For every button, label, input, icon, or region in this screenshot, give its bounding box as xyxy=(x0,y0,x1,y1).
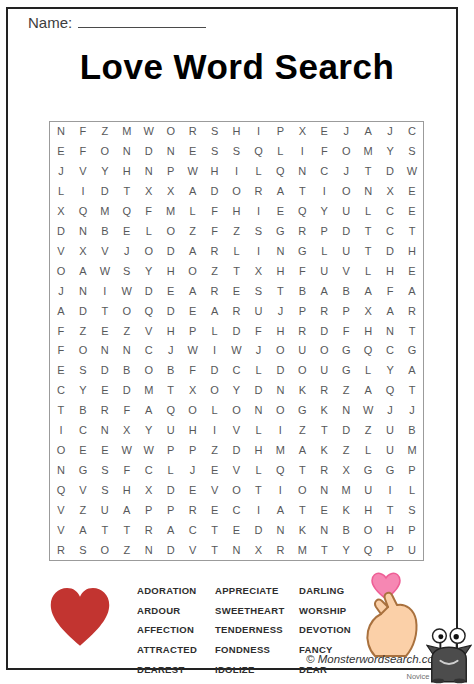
grid-cell[interactable]: L xyxy=(204,321,226,341)
grid-cell[interactable]: P xyxy=(401,460,423,480)
grid-cell[interactable]: N xyxy=(313,520,335,540)
grid-cell[interactable]: D xyxy=(226,321,248,341)
grid-cell[interactable]: R xyxy=(291,222,313,242)
grid-cell[interactable]: Y xyxy=(379,142,401,162)
grid-cell[interactable]: J xyxy=(379,122,401,142)
grid-cell[interactable]: H xyxy=(401,241,423,261)
grid-cell[interactable]: L xyxy=(357,441,379,461)
grid-cell[interactable]: T xyxy=(401,222,423,242)
grid-cell[interactable]: T xyxy=(204,540,226,560)
grid-cell[interactable]: I xyxy=(379,480,401,500)
grid-cell[interactable]: O xyxy=(269,341,291,361)
grid-cell[interactable]: W xyxy=(182,162,204,182)
grid-cell[interactable]: G xyxy=(291,401,313,421)
grid-cell[interactable]: W xyxy=(116,441,138,461)
grid-cell[interactable]: I xyxy=(269,421,291,441)
grid-cell[interactable]: U xyxy=(357,480,379,500)
grid-cell[interactable]: F xyxy=(335,321,357,341)
grid-cell[interactable]: Q xyxy=(72,202,94,222)
grid-cell[interactable]: L xyxy=(269,142,291,162)
grid-cell[interactable]: P xyxy=(335,301,357,321)
grid-cell[interactable]: R xyxy=(138,520,160,540)
grid-cell[interactable]: J xyxy=(269,301,291,321)
grid-cell[interactable]: T xyxy=(291,460,313,480)
grid-cell[interactable]: H xyxy=(116,162,138,182)
grid-cell[interactable]: U xyxy=(379,441,401,461)
grid-cell[interactable]: S xyxy=(204,122,226,142)
grid-cell[interactable]: J xyxy=(50,281,72,301)
grid-cell[interactable]: C xyxy=(401,122,423,142)
grid-cell[interactable]: X xyxy=(160,182,182,202)
grid-cell[interactable]: Y xyxy=(335,540,357,560)
grid-cell[interactable]: E xyxy=(50,142,72,162)
grid-cell[interactable]: S xyxy=(247,222,269,242)
grid-cell[interactable]: B xyxy=(94,222,116,242)
grid-cell[interactable]: E xyxy=(401,261,423,281)
grid-cell[interactable]: Q xyxy=(138,301,160,321)
grid-cell[interactable]: O xyxy=(226,401,248,421)
grid-cell[interactable]: A xyxy=(50,301,72,321)
grid-cell[interactable]: L xyxy=(182,202,204,222)
grid-cell[interactable]: T xyxy=(357,241,379,261)
grid-cell[interactable]: U xyxy=(335,202,357,222)
grid-cell[interactable]: L xyxy=(357,361,379,381)
grid-cell[interactable]: I xyxy=(269,480,291,500)
grid-cell[interactable]: T xyxy=(401,381,423,401)
grid-cell[interactable]: J xyxy=(182,460,204,480)
grid-cell[interactable]: U xyxy=(94,500,116,520)
grid-cell[interactable]: Y xyxy=(138,421,160,441)
grid-cell[interactable]: G xyxy=(291,241,313,261)
grid-cell[interactable]: K xyxy=(313,441,335,461)
grid-cell[interactable]: W xyxy=(357,401,379,421)
grid-cell[interactable]: S xyxy=(204,142,226,162)
grid-cell[interactable]: S xyxy=(226,142,248,162)
grid-cell[interactable]: E xyxy=(182,142,204,162)
grid-cell[interactable]: Y xyxy=(226,381,248,401)
grid-cell[interactable]: E xyxy=(313,500,335,520)
grid-cell[interactable]: A xyxy=(116,500,138,520)
grid-cell[interactable]: V xyxy=(50,500,72,520)
grid-cell[interactable]: M xyxy=(116,122,138,142)
grid-cell[interactable]: R xyxy=(313,460,335,480)
grid-cell[interactable]: O xyxy=(269,401,291,421)
grid-cell[interactable]: Y xyxy=(138,261,160,281)
grid-cell[interactable]: Z xyxy=(182,222,204,242)
grid-cell[interactable]: H xyxy=(269,321,291,341)
grid-cell[interactable]: T xyxy=(116,520,138,540)
grid-cell[interactable]: T xyxy=(357,162,379,182)
grid-cell[interactable]: N xyxy=(313,480,335,500)
grid-cell[interactable]: U xyxy=(313,361,335,381)
grid-cell[interactable]: F xyxy=(379,281,401,301)
grid-cell[interactable]: V xyxy=(182,540,204,560)
grid-cell[interactable]: A xyxy=(72,520,94,540)
grid-cell[interactable]: V xyxy=(94,241,116,261)
grid-cell[interactable]: D xyxy=(313,321,335,341)
grid-cell[interactable]: Q xyxy=(50,480,72,500)
grid-cell[interactable]: Q xyxy=(379,381,401,401)
grid-cell[interactable]: D xyxy=(379,162,401,182)
grid-cell[interactable]: Z xyxy=(116,540,138,560)
grid-cell[interactable]: O xyxy=(226,480,248,500)
grid-cell[interactable]: T xyxy=(313,421,335,441)
grid-cell[interactable]: C xyxy=(379,341,401,361)
grid-cell[interactable]: J xyxy=(335,122,357,142)
grid-cell[interactable]: W xyxy=(138,441,160,461)
grid-cell[interactable]: I xyxy=(94,281,116,301)
grid-cell[interactable]: E xyxy=(94,441,116,461)
grid-cell[interactable]: N xyxy=(247,401,269,421)
grid-cell[interactable]: E xyxy=(116,222,138,242)
grid-cell[interactable]: T xyxy=(269,281,291,301)
grid-cell[interactable]: I xyxy=(291,142,313,162)
grid-cell[interactable]: K xyxy=(313,401,335,421)
grid-cell[interactable]: O xyxy=(335,142,357,162)
grid-cell[interactable]: E xyxy=(50,361,72,381)
grid-cell[interactable]: F xyxy=(313,142,335,162)
grid-cell[interactable]: J xyxy=(50,162,72,182)
grid-cell[interactable]: P xyxy=(291,301,313,321)
grid-cell[interactable]: J xyxy=(160,341,182,361)
grid-cell[interactable]: D xyxy=(160,480,182,500)
grid-cell[interactable]: V xyxy=(138,321,160,341)
grid-cell[interactable]: H xyxy=(116,480,138,500)
grid-cell[interactable]: S xyxy=(401,142,423,162)
grid-cell[interactable]: C xyxy=(138,341,160,361)
grid-cell[interactable]: M xyxy=(357,142,379,162)
grid-cell[interactable]: O xyxy=(94,142,116,162)
grid-cell[interactable]: B xyxy=(160,361,182,381)
grid-cell[interactable]: Q xyxy=(357,540,379,560)
grid-cell[interactable]: Q xyxy=(116,202,138,222)
grid-cell[interactable]: R xyxy=(313,381,335,401)
grid-cell[interactable]: H xyxy=(204,162,226,182)
grid-cell[interactable]: M xyxy=(160,202,182,222)
grid-cell[interactable]: E xyxy=(226,281,248,301)
grid-cell[interactable]: S xyxy=(247,281,269,301)
grid-cell[interactable]: R xyxy=(401,301,423,321)
grid-cell[interactable]: I xyxy=(50,421,72,441)
grid-cell[interactable]: R xyxy=(247,182,269,202)
grid-cell[interactable]: G xyxy=(357,460,379,480)
grid-cell[interactable]: T xyxy=(357,222,379,242)
grid-cell[interactable]: A xyxy=(160,520,182,540)
grid-cell[interactable]: O xyxy=(50,261,72,281)
grid-cell[interactable]: I xyxy=(247,122,269,142)
grid-cell[interactable]: M xyxy=(94,202,116,222)
grid-cell[interactable]: D xyxy=(72,301,94,321)
grid-cell[interactable]: P xyxy=(160,162,182,182)
grid-cell[interactable]: K xyxy=(291,520,313,540)
grid-cell[interactable]: B xyxy=(72,401,94,421)
grid-cell[interactable]: P xyxy=(160,441,182,461)
grid-cell[interactable]: J xyxy=(401,401,423,421)
grid-cell[interactable]: N xyxy=(94,341,116,361)
grid-cell[interactable]: V xyxy=(335,261,357,281)
grid-cell[interactable]: S xyxy=(72,361,94,381)
grid-cell[interactable]: N xyxy=(269,520,291,540)
grid-cell[interactable]: D xyxy=(379,241,401,261)
grid-cell[interactable]: I xyxy=(247,202,269,222)
grid-cell[interactable]: N xyxy=(50,122,72,142)
grid-cell[interactable]: O xyxy=(357,520,379,540)
grid-cell[interactable]: F xyxy=(182,361,204,381)
grid-cell[interactable]: E xyxy=(160,281,182,301)
grid-cell[interactable]: V xyxy=(72,480,94,500)
grid-cell[interactable]: R xyxy=(204,281,226,301)
grid-cell[interactable]: X xyxy=(379,182,401,202)
grid-cell[interactable]: D xyxy=(204,361,226,381)
grid-cell[interactable]: Z xyxy=(72,321,94,341)
grid-cell[interactable]: P xyxy=(182,321,204,341)
grid-cell[interactable]: X xyxy=(335,460,357,480)
grid-cell[interactable]: X xyxy=(138,480,160,500)
grid-cell[interactable]: O xyxy=(116,301,138,321)
grid-cell[interactable]: N xyxy=(269,241,291,261)
grid-cell[interactable]: J xyxy=(335,162,357,182)
grid-cell[interactable]: A xyxy=(401,361,423,381)
grid-cell[interactable]: Q xyxy=(247,142,269,162)
grid-cell[interactable]: O xyxy=(160,122,182,142)
grid-cell[interactable]: E xyxy=(94,381,116,401)
grid-cell[interactable]: H xyxy=(379,261,401,281)
grid-cell[interactable]: Z xyxy=(94,122,116,142)
grid-cell[interactable]: B xyxy=(291,281,313,301)
grid-cell[interactable]: N xyxy=(138,540,160,560)
grid-cell[interactable]: Z xyxy=(335,381,357,401)
grid-cell[interactable]: O xyxy=(335,182,357,202)
grid-cell[interactable]: E xyxy=(182,301,204,321)
grid-cell[interactable]: S xyxy=(116,261,138,281)
grid-cell[interactable]: W xyxy=(116,281,138,301)
grid-cell[interactable]: D xyxy=(138,281,160,301)
grid-cell[interactable]: A xyxy=(72,261,94,281)
grid-cell[interactable]: H xyxy=(160,261,182,281)
grid-cell[interactable]: C xyxy=(182,520,204,540)
grid-cell[interactable]: D xyxy=(160,301,182,321)
grid-cell[interactable]: J xyxy=(247,341,269,361)
grid-cell[interactable]: Z xyxy=(72,500,94,520)
grid-cell[interactable]: U xyxy=(160,421,182,441)
grid-cell[interactable]: F xyxy=(50,341,72,361)
grid-cell[interactable]: D xyxy=(204,182,226,202)
grid-cell[interactable]: D xyxy=(247,520,269,540)
grid-cell[interactable]: J xyxy=(379,401,401,421)
grid-cell[interactable]: Z xyxy=(357,421,379,441)
grid-cell[interactable]: H xyxy=(226,202,248,222)
grid-cell[interactable]: B xyxy=(335,281,357,301)
grid-cell[interactable]: H xyxy=(357,321,379,341)
grid-cell[interactable]: X xyxy=(247,540,269,560)
grid-cell[interactable]: N xyxy=(116,142,138,162)
grid-cell[interactable]: Q xyxy=(269,162,291,182)
grid-cell[interactable]: O xyxy=(138,361,160,381)
grid-cell[interactable]: N xyxy=(94,421,116,441)
grid-cell[interactable]: Q xyxy=(160,401,182,421)
grid-cell[interactable]: L xyxy=(204,401,226,421)
grid-cell[interactable]: C xyxy=(50,381,72,401)
grid-cell[interactable]: Z xyxy=(291,421,313,441)
grid-cell[interactable]: R xyxy=(182,500,204,520)
grid-cell[interactable]: D xyxy=(138,142,160,162)
grid-cell[interactable]: H xyxy=(226,122,248,142)
grid-cell[interactable]: M xyxy=(269,441,291,461)
grid-cell[interactable]: I xyxy=(72,182,94,202)
grid-cell[interactable]: N xyxy=(226,540,248,560)
grid-cell[interactable]: Q xyxy=(357,341,379,361)
grid-cell[interactable]: V xyxy=(226,421,248,441)
grid-cell[interactable]: W xyxy=(226,341,248,361)
grid-cell[interactable]: Q xyxy=(269,460,291,480)
grid-cell[interactable]: F xyxy=(204,202,226,222)
grid-cell[interactable]: D xyxy=(335,421,357,441)
grid-cell[interactable]: O xyxy=(138,241,160,261)
grid-cell[interactable]: R xyxy=(291,321,313,341)
grid-cell[interactable]: A xyxy=(357,122,379,142)
grid-cell[interactable]: N xyxy=(269,381,291,401)
grid-cell[interactable]: T xyxy=(160,381,182,401)
grid-cell[interactable]: O xyxy=(182,401,204,421)
grid-cell[interactable]: H xyxy=(182,421,204,441)
grid-cell[interactable]: C xyxy=(379,222,401,242)
grid-cell[interactable]: F xyxy=(204,222,226,242)
grid-cell[interactable]: T xyxy=(291,182,313,202)
grid-cell[interactable]: D xyxy=(160,241,182,261)
grid-cell[interactable]: A xyxy=(182,241,204,261)
grid-cell[interactable]: G xyxy=(379,460,401,480)
grid-cell[interactable]: N xyxy=(379,321,401,341)
grid-cell[interactable]: O xyxy=(313,341,335,361)
grid-cell[interactable]: I xyxy=(247,500,269,520)
grid-cell[interactable]: W xyxy=(401,162,423,182)
grid-cell[interactable]: D xyxy=(94,182,116,202)
grid-cell[interactable]: Y xyxy=(313,202,335,222)
grid-cell[interactable]: N xyxy=(116,341,138,361)
grid-cell[interactable]: M xyxy=(138,381,160,401)
grid-cell[interactable]: E xyxy=(401,202,423,222)
grid-cell[interactable]: O xyxy=(291,480,313,500)
grid-cell[interactable]: L xyxy=(247,162,269,182)
grid-cell[interactable]: A xyxy=(379,301,401,321)
grid-cell[interactable]: H xyxy=(269,261,291,281)
grid-cell[interactable]: I xyxy=(247,241,269,261)
grid-cell[interactable]: S xyxy=(401,500,423,520)
grid-cell[interactable]: Z xyxy=(116,321,138,341)
grid-cell[interactable]: C xyxy=(226,361,248,381)
grid-cell[interactable]: F xyxy=(291,261,313,281)
grid-cell[interactable]: O xyxy=(160,222,182,242)
grid-cell[interactable]: C xyxy=(379,202,401,222)
grid-cell[interactable]: D xyxy=(94,361,116,381)
grid-cell[interactable]: T xyxy=(116,182,138,202)
grid-cell[interactable]: E xyxy=(94,321,116,341)
grid-cell[interactable]: I xyxy=(204,341,226,361)
grid-cell[interactable]: A xyxy=(269,500,291,520)
grid-cell[interactable]: U xyxy=(379,421,401,441)
grid-cell[interactable]: C xyxy=(226,500,248,520)
grid-cell[interactable]: T xyxy=(50,401,72,421)
grid-cell[interactable]: R xyxy=(269,540,291,560)
grid-cell[interactable]: R xyxy=(226,301,248,321)
grid-cell[interactable]: G xyxy=(335,361,357,381)
grid-cell[interactable]: A xyxy=(182,281,204,301)
grid-cell[interactable]: C xyxy=(313,162,335,182)
grid-cell[interactable]: T xyxy=(247,480,269,500)
grid-cell[interactable]: Z xyxy=(335,441,357,461)
grid-cell[interactable]: M xyxy=(291,540,313,560)
grid-cell[interactable]: N xyxy=(72,281,94,301)
grid-cell[interactable]: X xyxy=(116,421,138,441)
grid-cell[interactable]: X xyxy=(247,261,269,281)
grid-cell[interactable]: T xyxy=(291,500,313,520)
grid-cell[interactable]: P xyxy=(269,122,291,142)
grid-cell[interactable]: G xyxy=(401,341,423,361)
grid-cell[interactable]: L xyxy=(357,261,379,281)
grid-cell[interactable]: W xyxy=(182,341,204,361)
grid-cell[interactable]: V xyxy=(204,480,226,500)
grid-cell[interactable]: N xyxy=(291,162,313,182)
grid-cell[interactable]: E xyxy=(401,182,423,202)
grid-cell[interactable]: Y xyxy=(94,162,116,182)
grid-cell[interactable]: W xyxy=(138,122,160,142)
grid-cell[interactable]: X xyxy=(138,182,160,202)
grid-cell[interactable]: Q xyxy=(291,202,313,222)
grid-cell[interactable]: R xyxy=(313,301,335,321)
grid-cell[interactable]: P xyxy=(379,540,401,560)
grid-cell[interactable]: E xyxy=(72,441,94,461)
grid-cell[interactable]: B xyxy=(335,520,357,540)
grid-cell[interactable]: D xyxy=(247,381,269,401)
grid-cell[interactable]: E xyxy=(269,202,291,222)
grid-cell[interactable]: N xyxy=(72,222,94,242)
grid-cell[interactable]: D xyxy=(160,540,182,560)
grid-cell[interactable]: H xyxy=(379,520,401,540)
grid-cell[interactable]: A xyxy=(291,441,313,461)
grid-cell[interactable]: T xyxy=(94,520,116,540)
grid-cell[interactable]: N xyxy=(138,162,160,182)
grid-cell[interactable]: Y xyxy=(72,381,94,401)
grid-cell[interactable]: U xyxy=(247,301,269,321)
grid-cell[interactable]: L xyxy=(247,421,269,441)
grid-cell[interactable]: T xyxy=(401,321,423,341)
grid-cell[interactable]: F xyxy=(116,401,138,421)
grid-cell[interactable]: V xyxy=(50,520,72,540)
grid-cell[interactable]: L xyxy=(226,241,248,261)
grid-cell[interactable]: I xyxy=(226,162,248,182)
grid-cell[interactable]: Z xyxy=(204,441,226,461)
grid-cell[interactable]: A xyxy=(182,182,204,202)
grid-cell[interactable]: R xyxy=(94,401,116,421)
grid-cell[interactable]: I xyxy=(313,182,335,202)
grid-cell[interactable]: E xyxy=(313,122,335,142)
grid-cell[interactable]: K xyxy=(291,381,313,401)
grid-cell[interactable]: D xyxy=(50,222,72,242)
grid-cell[interactable]: A xyxy=(313,281,335,301)
grid-cell[interactable]: F xyxy=(138,202,160,222)
grid-cell[interactable]: X xyxy=(72,241,94,261)
grid-cell[interactable]: G xyxy=(335,341,357,361)
grid-cell[interactable]: R xyxy=(182,122,204,142)
grid-cell[interactable]: U xyxy=(401,540,423,560)
grid-cell[interactable]: F xyxy=(116,460,138,480)
grid-cell[interactable]: F xyxy=(72,122,94,142)
grid-cell[interactable]: K xyxy=(335,500,357,520)
grid-cell[interactable]: J xyxy=(116,241,138,261)
grid-cell[interactable]: O xyxy=(182,261,204,281)
grid-cell[interactable]: P xyxy=(138,500,160,520)
grid-cell[interactable]: C xyxy=(72,421,94,441)
